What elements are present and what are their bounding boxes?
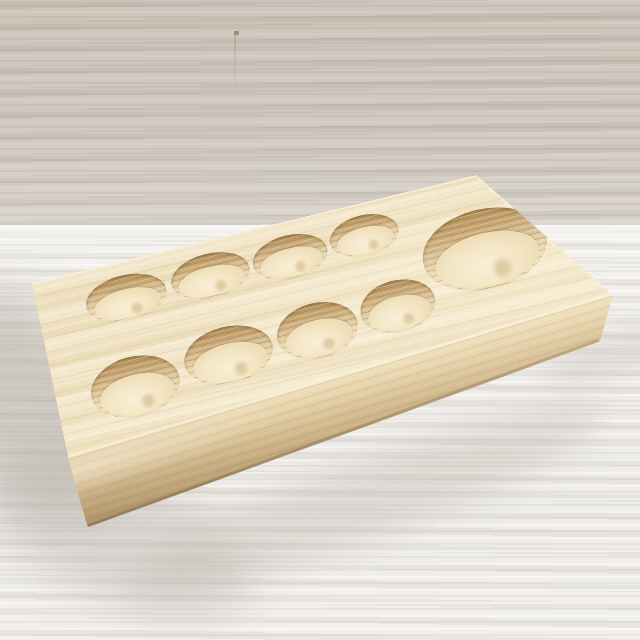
photo-scene <box>0 0 640 640</box>
pit-far-4[interactable] <box>325 207 403 263</box>
store-pit[interactable] <box>414 195 555 303</box>
pit-near-3[interactable] <box>271 294 364 367</box>
pit-near-2[interactable] <box>178 317 279 394</box>
pit-near-1[interactable] <box>85 347 187 427</box>
pit-far-1[interactable] <box>81 266 171 329</box>
pit-far-2[interactable] <box>166 245 254 307</box>
mancala-board <box>0 0 640 640</box>
pit-far-3[interactable] <box>248 227 332 287</box>
pit-near-4[interactable] <box>355 272 441 340</box>
